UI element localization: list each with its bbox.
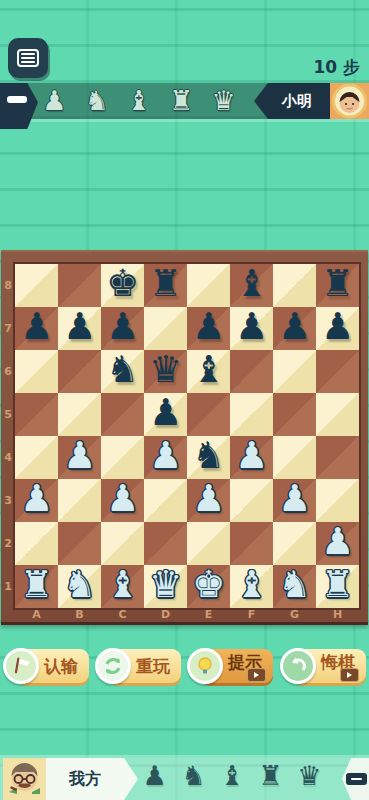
rank-label-2: 2 [3, 537, 13, 550]
square-b7[interactable]: ♟ [58, 307, 101, 350]
square-f2[interactable] [230, 522, 273, 565]
bishop-tray-icon: ♝ [220, 758, 244, 794]
square-c7[interactable]: ♟ [101, 307, 144, 350]
square-f8[interactable]: ♝ [230, 264, 273, 307]
player-bar: 我方 ♟♞♝♜♛ [0, 758, 369, 800]
square-d7[interactable] [144, 307, 187, 350]
undo-video-ad-icon [340, 668, 359, 682]
action-buttons-row: 认输 重玩 提示 [0, 646, 369, 686]
player-captured-tray: ♟♞♝♜♛ [128, 758, 336, 794]
square-a4[interactable] [15, 436, 58, 479]
square-g1[interactable]: ♞ [273, 565, 316, 608]
undo-icon [280, 648, 316, 684]
square-h5[interactable] [316, 393, 359, 436]
square-h4[interactable] [316, 436, 359, 479]
resign-button[interactable]: 认输 [3, 648, 89, 684]
square-e6[interactable]: ♝ [187, 350, 230, 393]
square-h1[interactable]: ♜ [316, 565, 359, 608]
piece-black-knight-c6[interactable]: ♞ [101, 347, 144, 393]
square-b2[interactable] [58, 522, 101, 565]
piece-black-rook-h8[interactable]: ♜ [316, 261, 359, 307]
square-b5[interactable] [58, 393, 101, 436]
square-f6[interactable] [230, 350, 273, 393]
square-g3[interactable]: ♟ [273, 479, 316, 522]
square-d6[interactable]: ♛ [144, 350, 187, 393]
square-a7[interactable]: ♟ [15, 307, 58, 350]
square-b4[interactable]: ♟ [58, 436, 101, 479]
square-f5[interactable] [230, 393, 273, 436]
player-name-plate: 我方 [46, 758, 138, 800]
white-flag-icon [3, 648, 39, 684]
square-e4[interactable]: ♞ [187, 436, 230, 479]
square-g2[interactable] [273, 522, 316, 565]
rank-label-8: 8 [3, 279, 13, 292]
knight-tray-icon: ♞ [181, 758, 205, 794]
square-b8[interactable] [58, 264, 101, 307]
player-name: 我方 [69, 769, 115, 790]
board-squares: ♚♜♝♜♟♟♟♟♟♟♟♞♛♝♟♟♟♞♟♟♟♟♟♟♜♞♝♛♚♝♞♜ [13, 262, 361, 610]
piece-black-bishop-f8[interactable]: ♝ [230, 261, 273, 307]
square-c2[interactable] [101, 522, 144, 565]
piece-black-knight-e4[interactable]: ♞ [187, 433, 230, 479]
rank-label-1: 1 [3, 580, 13, 593]
lightbulb-icon [187, 648, 223, 684]
piece-white-rook-h1[interactable]: ♜ [316, 562, 359, 608]
piece-white-knight-g1[interactable]: ♞ [273, 562, 316, 608]
square-a6[interactable] [15, 350, 58, 393]
piece-white-king-e1[interactable]: ♚ [187, 562, 230, 608]
rank-labels: 87654321 [3, 264, 13, 608]
square-h8[interactable]: ♜ [316, 264, 359, 307]
player-score-minus-icon [346, 773, 367, 785]
square-g4[interactable] [273, 436, 316, 479]
square-d2[interactable] [144, 522, 187, 565]
piece-black-rook-d8[interactable]: ♜ [144, 261, 187, 307]
piece-white-pawn-d4[interactable]: ♟ [144, 433, 187, 479]
menu-button[interactable] [8, 38, 48, 78]
queen-tray-icon: ♛ [297, 758, 321, 794]
square-a5[interactable] [15, 393, 58, 436]
square-e1[interactable]: ♚ [187, 565, 230, 608]
opponent-bar-underline [0, 119, 369, 122]
square-a1[interactable]: ♜ [15, 565, 58, 608]
refresh-icon [95, 648, 131, 684]
square-a3[interactable]: ♟ [15, 479, 58, 522]
square-d4[interactable]: ♟ [144, 436, 187, 479]
replay-button[interactable]: 重玩 [95, 648, 181, 684]
square-e2[interactable] [187, 522, 230, 565]
square-d8[interactable]: ♜ [144, 264, 187, 307]
pawn-tray-icon: ♟ [142, 758, 166, 794]
square-b1[interactable]: ♞ [58, 565, 101, 608]
square-c8[interactable]: ♚ [101, 264, 144, 307]
rank-label-3: 3 [3, 494, 13, 507]
square-e3[interactable]: ♟ [187, 479, 230, 522]
square-c1[interactable]: ♝ [101, 565, 144, 608]
rank-label-5: 5 [3, 408, 13, 421]
rank-label-6: 6 [3, 365, 13, 378]
square-g6[interactable] [273, 350, 316, 393]
square-e8[interactable] [187, 264, 230, 307]
rank-label-4: 4 [3, 451, 13, 464]
piece-white-bishop-f1[interactable]: ♝ [230, 562, 273, 608]
piece-black-pawn-a7[interactable]: ♟ [15, 304, 58, 350]
square-h7[interactable]: ♟ [316, 307, 359, 350]
player-avatar [3, 758, 46, 800]
square-c6[interactable]: ♞ [101, 350, 144, 393]
piece-white-pawn-b4[interactable]: ♟ [58, 433, 101, 479]
square-h3[interactable] [316, 479, 359, 522]
square-g5[interactable] [273, 393, 316, 436]
square-b6[interactable] [58, 350, 101, 393]
chess-board: 87654321 ABCDEFGH ♚♜♝♜♟♟♟♟♟♟♟♞♛♝♟♟♟♞♟♟♟♟… [1, 250, 368, 625]
square-f4[interactable]: ♟ [230, 436, 273, 479]
opponent-bar [0, 83, 369, 119]
file-labels: ABCDEFGH [15, 608, 359, 622]
piece-black-pawn-g7[interactable]: ♟ [273, 304, 316, 350]
piece-white-pawn-a3[interactable]: ♟ [15, 476, 58, 522]
square-e7[interactable]: ♟ [187, 307, 230, 350]
piece-black-pawn-d5[interactable]: ♟ [144, 390, 187, 436]
move-counter: 10 步 [313, 56, 360, 79]
square-f7[interactable]: ♟ [230, 307, 273, 350]
square-d1[interactable]: ♛ [144, 565, 187, 608]
piece-white-pawn-f4[interactable]: ♟ [230, 433, 273, 479]
square-c5[interactable] [101, 393, 144, 436]
rank-label-7: 7 [3, 322, 13, 335]
piece-black-pawn-c7[interactable]: ♟ [101, 304, 144, 350]
square-f1[interactable]: ♝ [230, 565, 273, 608]
square-h2[interactable]: ♟ [316, 522, 359, 565]
piece-white-pawn-g3[interactable]: ♟ [273, 476, 316, 522]
piece-black-bishop-e6[interactable]: ♝ [187, 347, 230, 393]
hamburger-menu-icon [17, 49, 39, 67]
piece-black-pawn-h7[interactable]: ♟ [316, 304, 359, 350]
piece-black-pawn-b7[interactable]: ♟ [58, 304, 101, 350]
piece-white-pawn-h2[interactable]: ♟ [316, 519, 359, 565]
square-e5[interactable] [187, 393, 230, 436]
rook-tray-icon: ♜ [259, 758, 283, 794]
player-score-wedge [342, 758, 369, 800]
square-a8[interactable] [15, 264, 58, 307]
piece-black-pawn-e7[interactable]: ♟ [187, 304, 230, 350]
piece-white-pawn-e3[interactable]: ♟ [187, 476, 230, 522]
old-man-avatar-icon [3, 758, 46, 800]
undo-button[interactable]: 悔棋 [280, 648, 366, 684]
square-f3[interactable] [230, 479, 273, 522]
piece-black-king-c8[interactable]: ♚ [101, 261, 144, 307]
square-h6[interactable] [316, 350, 359, 393]
piece-black-pawn-f7[interactable]: ♟ [230, 304, 273, 350]
hint-video-ad-icon [247, 668, 266, 682]
square-b3[interactable] [58, 479, 101, 522]
square-g8[interactable] [273, 264, 316, 307]
square-a2[interactable] [15, 522, 58, 565]
square-d5[interactable]: ♟ [144, 393, 187, 436]
square-c3[interactable]: ♟ [101, 479, 144, 522]
square-d3[interactable] [144, 479, 187, 522]
hint-button[interactable]: 提示 [187, 648, 273, 684]
piece-black-queen-d6[interactable]: ♛ [144, 347, 187, 393]
piece-white-pawn-c3[interactable]: ♟ [101, 476, 144, 522]
square-c4[interactable] [101, 436, 144, 479]
piece-white-knight-b1[interactable]: ♞ [58, 562, 101, 608]
piece-white-queen-d1[interactable]: ♛ [144, 562, 187, 608]
square-g7[interactable]: ♟ [273, 307, 316, 350]
piece-white-rook-a1[interactable]: ♜ [15, 562, 58, 608]
piece-white-bishop-c1[interactable]: ♝ [101, 562, 144, 608]
